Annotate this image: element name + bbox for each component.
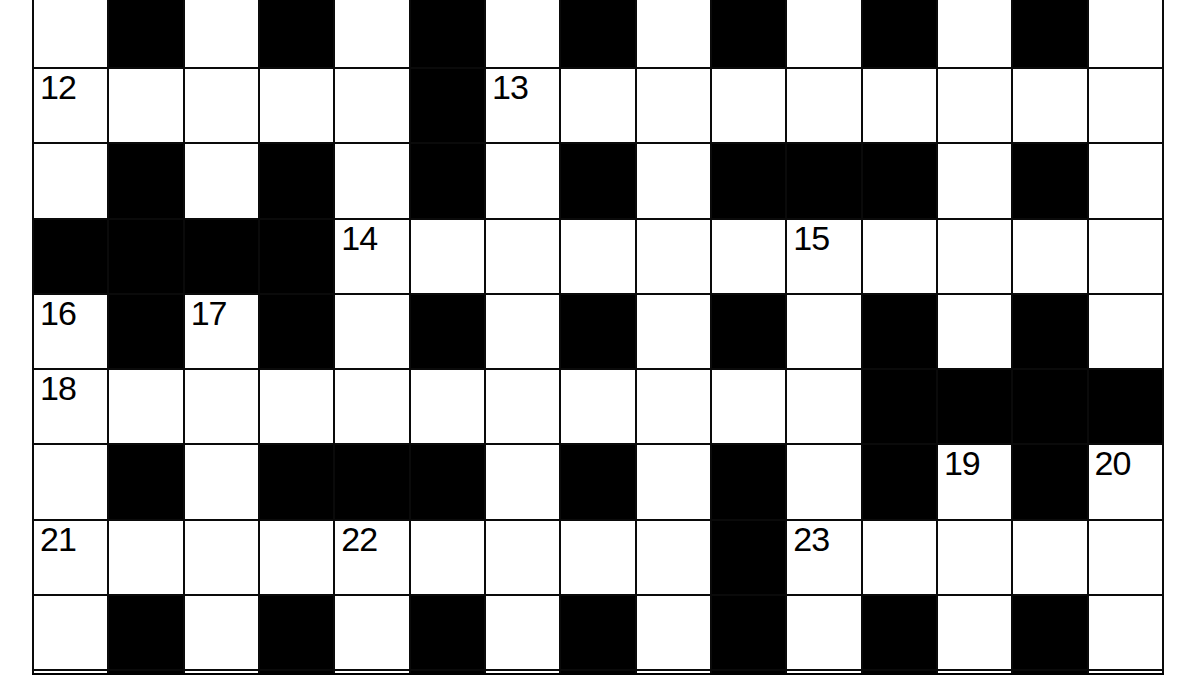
- cell-r5-c11-block: [863, 370, 936, 443]
- cell-r3-c2-block: [185, 220, 258, 293]
- cell-r5-c14-block: [1089, 370, 1162, 443]
- cell-r1-c11[interactable]: [863, 69, 936, 142]
- cell-r5-c10[interactable]: [787, 370, 860, 443]
- cell-r4-c6[interactable]: [486, 295, 559, 368]
- cell-r7-c14[interactable]: [1089, 521, 1162, 594]
- clue-number-15: 15: [787, 220, 860, 255]
- cell-r4-c8[interactable]: [637, 295, 710, 368]
- cell-r5-c6[interactable]: [486, 370, 559, 443]
- cell-r0-c7-block: [561, 0, 634, 67]
- cell-r0-c4[interactable]: [335, 0, 408, 67]
- clue-number-23: 23: [787, 521, 860, 556]
- cell-r3-c8[interactable]: [637, 220, 710, 293]
- cell-r3-c12[interactable]: [938, 220, 1011, 293]
- cell-r2-c3-block: [260, 144, 333, 217]
- cell-r6-c0[interactable]: [34, 445, 107, 518]
- cell-r0-c5-block: [411, 0, 484, 67]
- cell-r2-c0[interactable]: [34, 144, 107, 217]
- clue-number-13: 13: [486, 69, 559, 104]
- cell-r4-c4[interactable]: [335, 295, 408, 368]
- cell-r0-c10[interactable]: [787, 0, 860, 67]
- cell-r2-c5-block: [411, 144, 484, 217]
- cell-r2-c8[interactable]: [637, 144, 710, 217]
- cell-r3-c0-block: [34, 220, 107, 293]
- cell-r6-c5-block: [411, 445, 484, 518]
- cell-r6-c6[interactable]: [486, 445, 559, 518]
- cell-r1-c1[interactable]: [109, 69, 182, 142]
- cell-r2-c12[interactable]: [938, 144, 1011, 217]
- cell-r6-c10[interactable]: [787, 445, 860, 518]
- cell-r4-c14[interactable]: [1089, 295, 1162, 368]
- cell-r4-c5-block: [411, 295, 484, 368]
- cell-r6-c13-block: [1013, 445, 1086, 518]
- cell-r7-c2[interactable]: [185, 521, 258, 594]
- cell-r5-c3[interactable]: [260, 370, 333, 443]
- cell-r1-c7[interactable]: [561, 69, 634, 142]
- cell-r8-c4[interactable]: [335, 596, 408, 669]
- clue-number-19: 19: [938, 445, 1011, 480]
- cell-r7-c6[interactable]: [486, 521, 559, 594]
- cell-r5-c1[interactable]: [109, 370, 182, 443]
- cell-r0-c0[interactable]: [34, 0, 107, 67]
- cell-r6-c11-block: [863, 445, 936, 518]
- cell-r2-c9-block: [712, 144, 785, 217]
- cell-r5-c7[interactable]: [561, 370, 634, 443]
- cell-r0-c1-block: [109, 0, 182, 67]
- cell-r7-c9-block: [712, 521, 785, 594]
- crossword-grid: 121314151617181920212223: [34, 0, 1162, 675]
- cell-r6-c14[interactable]: 20: [1089, 445, 1162, 518]
- clue-number-18: 18: [34, 370, 107, 405]
- cell-r3-c11[interactable]: [863, 220, 936, 293]
- cell-r0-c11-block: [863, 0, 936, 67]
- cell-r3-c3-block: [260, 220, 333, 293]
- cell-r4-c7-block: [561, 295, 634, 368]
- cell-r2-c7-block: [561, 144, 634, 217]
- cell-r5-c2[interactable]: [185, 370, 258, 443]
- cell-r0-c14[interactable]: [1089, 0, 1162, 67]
- cell-r2-c1-block: [109, 144, 182, 217]
- cell-r5-c9[interactable]: [712, 370, 785, 443]
- clue-number-14: 14: [335, 220, 408, 255]
- cell-r4-c2[interactable]: 17: [185, 295, 258, 368]
- cell-r4-c9-block: [712, 295, 785, 368]
- cell-r3-c7[interactable]: [561, 220, 634, 293]
- cell-r0-c12[interactable]: [938, 0, 1011, 67]
- cell-r3-c14[interactable]: [1089, 220, 1162, 293]
- cell-r0-c9-block: [712, 0, 785, 67]
- cell-r4-c12[interactable]: [938, 295, 1011, 368]
- cell-r1-c9[interactable]: [712, 69, 785, 142]
- cell-r4-c11-block: [863, 295, 936, 368]
- cell-r7-c5[interactable]: [411, 521, 484, 594]
- cell-r3-c4[interactable]: 14: [335, 220, 408, 293]
- cell-r8-c11-block: [863, 596, 936, 669]
- cell-r5-c13-block: [1013, 370, 1086, 443]
- cell-r8-c13-block: [1013, 596, 1086, 669]
- cell-r6-c3-block: [260, 445, 333, 518]
- cell-r7-c10[interactable]: 23: [787, 521, 860, 594]
- clue-number-20: 20: [1089, 445, 1162, 480]
- cell-r3-c10[interactable]: 15: [787, 220, 860, 293]
- crossword-board: 121314151617181920212223: [32, 0, 1164, 675]
- cell-r2-c4[interactable]: [335, 144, 408, 217]
- cell-r8-c3-block: [260, 596, 333, 669]
- cell-r0-c3-block: [260, 0, 333, 67]
- cell-r3-c5[interactable]: [411, 220, 484, 293]
- cell-r2-c6[interactable]: [486, 144, 559, 217]
- cell-r8-c8[interactable]: [637, 596, 710, 669]
- cell-r7-c7[interactable]: [561, 521, 634, 594]
- cell-r1-c5-block: [411, 69, 484, 142]
- clue-number-16: 16: [34, 295, 107, 330]
- cell-r8-c1-block: [109, 596, 182, 669]
- cell-r7-c13[interactable]: [1013, 521, 1086, 594]
- cell-r3-c6[interactable]: [486, 220, 559, 293]
- cell-r0-c2[interactable]: [185, 0, 258, 67]
- cell-r6-c9-block: [712, 445, 785, 518]
- crossword-page: 121314151617181920212223: [0, 0, 1200, 675]
- cell-r7-c0[interactable]: 21: [34, 521, 107, 594]
- cell-r1-c13[interactable]: [1013, 69, 1086, 142]
- cell-r7-c11[interactable]: [863, 521, 936, 594]
- cell-r2-c2[interactable]: [185, 144, 258, 217]
- cell-r7-c12[interactable]: [938, 521, 1011, 594]
- cell-r5-c4[interactable]: [335, 370, 408, 443]
- cell-r1-c8[interactable]: [637, 69, 710, 142]
- cell-r1-c10[interactable]: [787, 69, 860, 142]
- cell-r1-c0[interactable]: 12: [34, 69, 107, 142]
- cell-r7-c8[interactable]: [637, 521, 710, 594]
- cell-r6-c8[interactable]: [637, 445, 710, 518]
- cell-r5-c12-block: [938, 370, 1011, 443]
- cell-r3-c1-block: [109, 220, 182, 293]
- cell-r8-c7-block: [561, 596, 634, 669]
- cell-r0-c8[interactable]: [637, 0, 710, 67]
- cell-r8-c14[interactable]: [1089, 596, 1162, 669]
- cell-r7-c1[interactable]: [109, 521, 182, 594]
- cell-r1-c14[interactable]: [1089, 69, 1162, 142]
- cell-r8-c0[interactable]: [34, 596, 107, 669]
- cell-r8-c2[interactable]: [185, 596, 258, 669]
- cell-r6-c2[interactable]: [185, 445, 258, 518]
- cell-r3-c13[interactable]: [1013, 220, 1086, 293]
- cell-r0-c13-block: [1013, 0, 1086, 67]
- clue-number-12: 12: [34, 69, 107, 104]
- clue-number-17: 17: [185, 295, 258, 330]
- cell-r7-c3[interactable]: [260, 521, 333, 594]
- cell-r8-c5-block: [411, 596, 484, 669]
- cell-r3-c9[interactable]: [712, 220, 785, 293]
- cell-r2-c14[interactable]: [1089, 144, 1162, 217]
- cell-r4-c3-block: [260, 295, 333, 368]
- cell-r1-c3[interactable]: [260, 69, 333, 142]
- cell-r4-c10[interactable]: [787, 295, 860, 368]
- cell-r6-c7-block: [561, 445, 634, 518]
- clue-number-22: 22: [335, 521, 408, 556]
- cell-r0-c6[interactable]: [486, 0, 559, 67]
- cell-r4-c13-block: [1013, 295, 1086, 368]
- cell-r6-c4-block: [335, 445, 408, 518]
- cell-r1-c12[interactable]: [938, 69, 1011, 142]
- cell-r6-c1-block: [109, 445, 182, 518]
- cell-r4-c0[interactable]: 16: [34, 295, 107, 368]
- clue-number-21: 21: [34, 521, 107, 556]
- cell-r1-c2[interactable]: [185, 69, 258, 142]
- cell-r5-c5[interactable]: [411, 370, 484, 443]
- cell-r6-c12[interactable]: 19: [938, 445, 1011, 518]
- cell-r5-c0[interactable]: 18: [34, 370, 107, 443]
- cell-r5-c8[interactable]: [637, 370, 710, 443]
- cell-r1-c6[interactable]: 13: [486, 69, 559, 142]
- cell-r8-c9-block: [712, 596, 785, 669]
- cell-r7-c4[interactable]: 22: [335, 521, 408, 594]
- cell-r8-c6[interactable]: [486, 596, 559, 669]
- cell-r1-c4[interactable]: [335, 69, 408, 142]
- cell-r8-c10[interactable]: [787, 596, 860, 669]
- cell-r2-c10-block: [787, 144, 860, 217]
- cell-r4-c1-block: [109, 295, 182, 368]
- cell-r2-c13-block: [1013, 144, 1086, 217]
- cell-r2-c11-block: [863, 144, 936, 217]
- cell-r8-c12[interactable]: [938, 596, 1011, 669]
